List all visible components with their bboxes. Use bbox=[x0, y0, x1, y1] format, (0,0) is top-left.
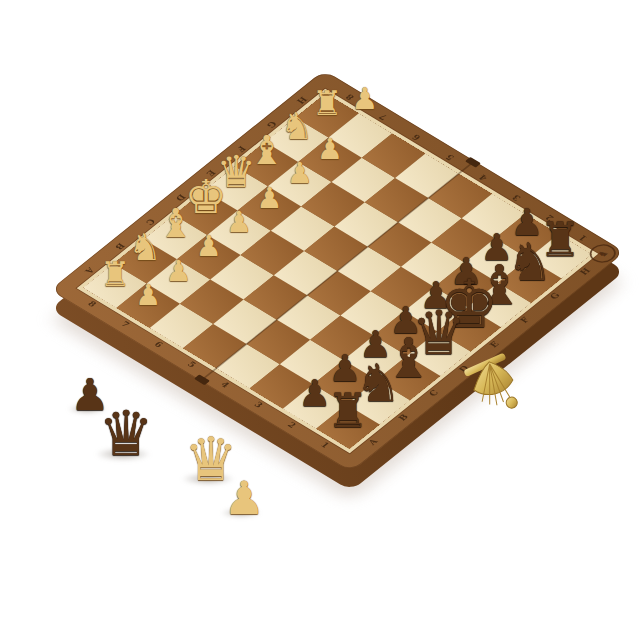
coord-file-top: B bbox=[113, 241, 127, 251]
coord-rank-right: 1 bbox=[577, 233, 590, 242]
coord-file-top: G bbox=[264, 119, 278, 129]
coord-file-top: F bbox=[234, 144, 247, 153]
coord-file-top: H bbox=[294, 95, 309, 105]
coord-rank-right: 5 bbox=[443, 153, 456, 162]
coord-file-top: E bbox=[204, 168, 218, 177]
coord-rank-left: 7 bbox=[119, 320, 132, 329]
coord-file-top: A bbox=[83, 266, 97, 275]
coord-rank-right: 7 bbox=[377, 112, 390, 121]
coord-file-bottom: A bbox=[366, 437, 380, 446]
coord-file-top: C bbox=[143, 217, 157, 227]
coord-file-bottom: F bbox=[518, 316, 531, 325]
coord-rank-right: 6 bbox=[410, 132, 423, 141]
coord-rank-right: 4 bbox=[477, 173, 490, 182]
coord-rank-left: 1 bbox=[318, 440, 331, 449]
coord-rank-left: 6 bbox=[152, 340, 165, 349]
piece-shadow bbox=[67, 404, 107, 414]
coord-file-bottom: H bbox=[578, 266, 593, 276]
chess-set-photo: ♞ AABBCCDDEEFFGGHH1122334455667788 ♜♞♝♚♛… bbox=[0, 0, 640, 640]
coord-rank-left: 4 bbox=[219, 380, 232, 389]
corner-emblem-logo: ♞ bbox=[584, 241, 621, 267]
piece-shadow bbox=[220, 508, 261, 518]
coord-rank-left: 3 bbox=[252, 400, 265, 409]
coord-rank-left: 5 bbox=[185, 360, 198, 369]
coord-rank-right: 2 bbox=[543, 213, 556, 222]
piece-shadow bbox=[95, 447, 151, 461]
coord-rank-right: 3 bbox=[510, 193, 523, 202]
piece-shadow bbox=[181, 472, 235, 485]
coord-file-bottom: G bbox=[548, 291, 562, 301]
coord-file-bottom: B bbox=[396, 413, 410, 423]
coord-file-top: D bbox=[173, 192, 187, 202]
coord-rank-left: 8 bbox=[85, 300, 98, 309]
brass-clasp bbox=[462, 346, 544, 422]
coord-rank-right: 8 bbox=[344, 92, 357, 101]
coord-rank-left: 2 bbox=[285, 420, 298, 429]
coord-file-bottom: C bbox=[427, 389, 441, 399]
